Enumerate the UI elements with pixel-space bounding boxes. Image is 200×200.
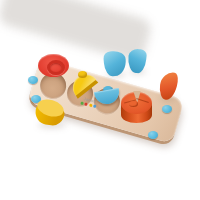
loose-half-yellow xyxy=(35,100,65,127)
brand-dot-red xyxy=(84,102,88,106)
brand-dot-yellow xyxy=(89,104,93,108)
piece-whole-red xyxy=(38,54,69,87)
corner-peg-left-top xyxy=(28,76,38,84)
corner-peg-right-top xyxy=(162,105,172,113)
orange-knob xyxy=(129,101,138,107)
brand-dot-green xyxy=(80,101,84,105)
yellow-knob xyxy=(78,71,87,78)
piece-third-blue-placed xyxy=(94,85,122,112)
red-ring-groove xyxy=(47,60,65,75)
blue-third-body xyxy=(94,88,121,106)
corner-peg-right-bottom xyxy=(148,131,158,139)
piece-quarters-orange-placed xyxy=(121,92,152,124)
product-photo: Janod xyxy=(0,0,200,200)
